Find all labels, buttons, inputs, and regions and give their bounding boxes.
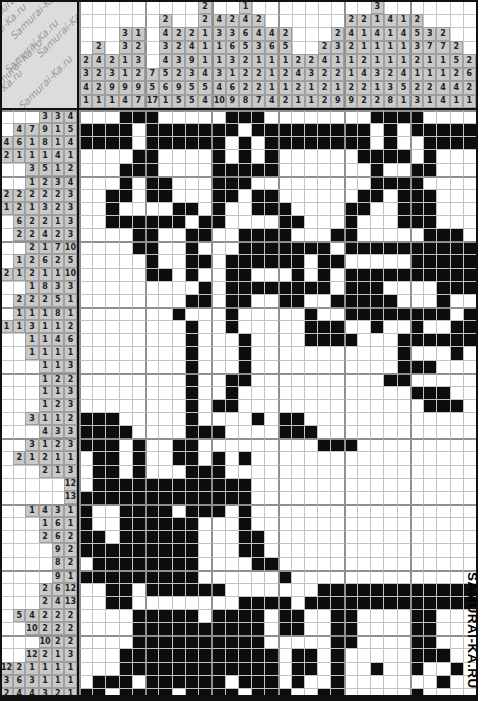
board-cell-filled[interactable] <box>158 268 171 281</box>
board-cell-empty[interactable] <box>211 530 224 543</box>
board-cell-empty[interactable] <box>291 373 304 386</box>
board-cell-empty[interactable] <box>145 399 158 412</box>
board-cell-empty[interactable] <box>370 360 383 373</box>
board-cell-empty[interactable] <box>251 504 264 517</box>
board-cell-empty[interactable] <box>225 425 238 438</box>
board-cell-empty[interactable] <box>291 517 304 530</box>
board-cell-empty[interactable] <box>264 360 277 373</box>
board-cell-empty[interactable] <box>370 648 383 661</box>
board-cell-filled[interactable] <box>251 412 264 425</box>
board-cell-filled[interactable] <box>410 268 423 281</box>
board-cell-empty[interactable] <box>264 110 277 123</box>
board-cell-empty[interactable] <box>145 386 158 399</box>
board-cell-empty[interactable] <box>463 557 476 570</box>
board-cell-filled[interactable] <box>225 268 238 281</box>
board-cell-empty[interactable] <box>119 307 132 320</box>
board-cell-empty[interactable] <box>304 504 317 517</box>
board-cell-empty[interactable] <box>132 123 145 136</box>
board-cell-empty[interactable] <box>344 465 357 478</box>
board-cell-empty[interactable] <box>119 294 132 307</box>
board-cell-empty[interactable] <box>357 622 370 635</box>
board-cell-filled[interactable] <box>463 281 476 294</box>
board-cell-filled[interactable] <box>436 399 449 412</box>
board-cell-filled[interactable] <box>145 123 158 136</box>
board-cell-filled[interactable] <box>383 596 396 609</box>
board-cell-empty[interactable] <box>330 425 343 438</box>
board-cell-empty[interactable] <box>225 215 238 228</box>
board-cell-filled[interactable] <box>291 675 304 688</box>
board-cell-empty[interactable] <box>383 399 396 412</box>
board-cell-empty[interactable] <box>357 176 370 189</box>
board-cell-empty[interactable] <box>172 110 185 123</box>
board-cell-empty[interactable] <box>132 333 145 346</box>
board-cell-filled[interactable] <box>238 517 251 530</box>
board-cell-filled[interactable] <box>238 451 251 464</box>
board-cell-empty[interactable] <box>198 451 211 464</box>
board-cell-empty[interactable] <box>450 294 463 307</box>
board-cell-empty[interactable] <box>92 189 105 202</box>
board-cell-filled[interactable] <box>397 360 410 373</box>
board-cell-empty[interactable] <box>344 675 357 688</box>
board-cell-filled[interactable] <box>330 438 343 451</box>
board-cell-empty[interactable] <box>158 294 171 307</box>
board-cell-empty[interactable] <box>79 202 92 215</box>
board-cell-filled[interactable] <box>251 622 264 635</box>
board-cell-filled[interactable] <box>185 635 198 648</box>
board-cell-empty[interactable] <box>92 149 105 162</box>
board-cell-empty[interactable] <box>278 530 291 543</box>
board-cell-filled[interactable] <box>238 346 251 359</box>
board-cell-filled[interactable] <box>225 254 238 267</box>
board-cell-empty[interactable] <box>344 425 357 438</box>
board-cell-empty[interactable] <box>357 333 370 346</box>
board-cell-empty[interactable] <box>463 517 476 530</box>
board-cell-filled[interactable] <box>145 543 158 556</box>
board-cell-empty[interactable] <box>383 570 396 583</box>
board-cell-filled[interactable] <box>225 622 238 635</box>
board-cell-filled[interactable] <box>158 504 171 517</box>
board-cell-filled[interactable] <box>238 163 251 176</box>
board-cell-empty[interactable] <box>238 189 251 202</box>
board-cell-empty[interactable] <box>198 557 211 570</box>
board-cell-empty[interactable] <box>436 438 449 451</box>
board-cell-filled[interactable] <box>423 163 436 176</box>
board-cell-filled[interactable] <box>238 149 251 162</box>
board-cell-filled[interactable] <box>450 662 463 675</box>
board-cell-empty[interactable] <box>410 478 423 491</box>
board-cell-empty[interactable] <box>450 570 463 583</box>
board-cell-empty[interactable] <box>145 360 158 373</box>
board-cell-filled[interactable] <box>172 557 185 570</box>
board-cell-filled[interactable] <box>357 189 370 202</box>
board-cell-empty[interactable] <box>383 478 396 491</box>
board-cell-empty[interactable] <box>278 662 291 675</box>
board-cell-empty[interactable] <box>423 543 436 556</box>
board-cell-empty[interactable] <box>198 412 211 425</box>
board-cell-empty[interactable] <box>463 438 476 451</box>
board-cell-empty[interactable] <box>330 176 343 189</box>
board-cell-filled[interactable] <box>145 241 158 254</box>
board-cell-filled[interactable] <box>172 609 185 622</box>
board-cell-empty[interactable] <box>304 570 317 583</box>
board-cell-filled[interactable] <box>397 307 410 320</box>
board-cell-empty[interactable] <box>158 596 171 609</box>
board-cell-empty[interactable] <box>370 215 383 228</box>
board-cell-empty[interactable] <box>344 373 357 386</box>
board-cell-empty[interactable] <box>172 241 185 254</box>
board-cell-empty[interactable] <box>450 517 463 530</box>
board-cell-empty[interactable] <box>330 478 343 491</box>
board-cell-filled[interactable] <box>370 176 383 189</box>
board-cell-empty[interactable] <box>238 557 251 570</box>
board-cell-empty[interactable] <box>198 176 211 189</box>
board-cell-empty[interactable] <box>410 373 423 386</box>
board-cell-filled[interactable] <box>211 176 224 189</box>
board-cell-filled[interactable] <box>238 622 251 635</box>
board-cell-filled[interactable] <box>119 517 132 530</box>
board-cell-filled[interactable] <box>158 136 171 149</box>
board-cell-empty[interactable] <box>291 360 304 373</box>
board-cell-empty[interactable] <box>145 294 158 307</box>
board-cell-empty[interactable] <box>278 451 291 464</box>
board-cell-filled[interactable] <box>291 123 304 136</box>
board-cell-empty[interactable] <box>383 425 396 438</box>
board-cell-empty[interactable] <box>119 346 132 359</box>
board-cell-empty[interactable] <box>158 451 171 464</box>
board-cell-filled[interactable] <box>423 307 436 320</box>
board-cell-filled[interactable] <box>397 189 410 202</box>
board-cell-empty[interactable] <box>198 360 211 373</box>
board-cell-empty[interactable] <box>105 268 118 281</box>
board-cell-filled[interactable] <box>172 451 185 464</box>
board-cell-empty[interactable] <box>158 228 171 241</box>
board-cell-empty[interactable] <box>344 254 357 267</box>
board-cell-empty[interactable] <box>423 373 436 386</box>
board-cell-filled[interactable] <box>383 583 396 596</box>
board-cell-empty[interactable] <box>251 517 264 530</box>
board-cell-empty[interactable] <box>158 281 171 294</box>
board-cell-empty[interactable] <box>370 635 383 648</box>
board-cell-filled[interactable] <box>238 281 251 294</box>
board-cell-empty[interactable] <box>370 425 383 438</box>
board-cell-filled[interactable] <box>370 189 383 202</box>
board-cell-empty[interactable] <box>119 635 132 648</box>
board-cell-filled[interactable] <box>132 635 145 648</box>
board-cell-empty[interactable] <box>198 333 211 346</box>
board-cell-empty[interactable] <box>278 635 291 648</box>
board-cell-empty[interactable] <box>225 333 238 346</box>
board-cell-empty[interactable] <box>251 570 264 583</box>
board-cell-empty[interactable] <box>238 438 251 451</box>
board-cell-empty[interactable] <box>172 163 185 176</box>
board-cell-filled[interactable] <box>278 570 291 583</box>
board-cell-empty[interactable] <box>463 425 476 438</box>
board-cell-empty[interactable] <box>330 504 343 517</box>
board-cell-empty[interactable] <box>264 320 277 333</box>
board-cell-empty[interactable] <box>330 557 343 570</box>
board-cell-filled[interactable] <box>105 123 118 136</box>
board-cell-filled[interactable] <box>172 662 185 675</box>
board-cell-filled[interactable] <box>251 281 264 294</box>
board-cell-empty[interactable] <box>198 386 211 399</box>
board-cell-empty[interactable] <box>357 438 370 451</box>
board-cell-filled[interactable] <box>344 438 357 451</box>
board-cell-filled[interactable] <box>251 635 264 648</box>
board-cell-filled[interactable] <box>185 320 198 333</box>
board-cell-empty[interactable] <box>105 333 118 346</box>
board-cell-empty[interactable] <box>291 438 304 451</box>
board-cell-empty[interactable] <box>79 451 92 464</box>
board-cell-filled[interactable] <box>264 202 277 215</box>
board-cell-empty[interactable] <box>172 360 185 373</box>
board-cell-filled[interactable] <box>264 254 277 267</box>
board-cell-filled[interactable] <box>211 609 224 622</box>
board-cell-empty[interactable] <box>304 491 317 504</box>
board-cell-empty[interactable] <box>278 149 291 162</box>
board-cell-empty[interactable] <box>370 254 383 267</box>
board-cell-filled[interactable] <box>145 163 158 176</box>
board-cell-filled[interactable] <box>330 622 343 635</box>
board-cell-empty[interactable] <box>370 399 383 412</box>
board-cell-empty[interactable] <box>410 517 423 530</box>
board-cell-empty[interactable] <box>185 215 198 228</box>
board-cell-empty[interactable] <box>264 412 277 425</box>
board-cell-filled[interactable] <box>225 176 238 189</box>
board-cell-filled[interactable] <box>330 320 343 333</box>
board-cell-filled[interactable] <box>304 307 317 320</box>
board-cell-empty[interactable] <box>436 491 449 504</box>
board-cell-empty[interactable] <box>225 202 238 215</box>
board-cell-empty[interactable] <box>211 346 224 359</box>
board-cell-filled[interactable] <box>410 596 423 609</box>
board-cell-empty[interactable] <box>357 386 370 399</box>
board-cell-filled[interactable] <box>436 241 449 254</box>
board-cell-empty[interactable] <box>172 465 185 478</box>
board-cell-filled[interactable] <box>185 399 198 412</box>
board-cell-empty[interactable] <box>304 228 317 241</box>
board-cell-empty[interactable] <box>211 596 224 609</box>
board-cell-filled[interactable] <box>251 648 264 661</box>
board-cell-filled[interactable] <box>463 268 476 281</box>
board-cell-empty[interactable] <box>344 504 357 517</box>
board-cell-filled[interactable] <box>370 241 383 254</box>
board-cell-filled[interactable] <box>423 360 436 373</box>
board-cell-empty[interactable] <box>436 557 449 570</box>
board-cell-empty[interactable] <box>225 557 238 570</box>
board-cell-empty[interactable] <box>225 543 238 556</box>
board-cell-empty[interactable] <box>383 438 396 451</box>
board-cell-filled[interactable] <box>158 622 171 635</box>
board-cell-empty[interactable] <box>225 465 238 478</box>
board-cell-empty[interactable] <box>370 622 383 635</box>
board-cell-filled[interactable] <box>238 609 251 622</box>
board-cell-empty[interactable] <box>304 622 317 635</box>
board-cell-empty[interactable] <box>304 360 317 373</box>
board-cell-filled[interactable] <box>145 478 158 491</box>
board-cell-empty[interactable] <box>291 451 304 464</box>
board-cell-empty[interactable] <box>397 543 410 556</box>
board-cell-filled[interactable] <box>344 136 357 149</box>
board-cell-empty[interactable] <box>264 583 277 596</box>
board-cell-empty[interactable] <box>304 294 317 307</box>
board-cell-empty[interactable] <box>330 399 343 412</box>
board-cell-filled[interactable] <box>330 136 343 149</box>
board-cell-filled[interactable] <box>158 517 171 530</box>
board-cell-empty[interactable] <box>397 136 410 149</box>
board-cell-empty[interactable] <box>185 596 198 609</box>
board-cell-filled[interactable] <box>450 254 463 267</box>
board-cell-empty[interactable] <box>370 504 383 517</box>
board-cell-filled[interactable] <box>410 635 423 648</box>
board-cell-filled[interactable] <box>370 163 383 176</box>
board-cell-empty[interactable] <box>304 254 317 267</box>
board-cell-empty[interactable] <box>330 281 343 294</box>
board-cell-empty[interactable] <box>450 412 463 425</box>
board-cell-filled[interactable] <box>397 268 410 281</box>
board-cell-filled[interactable] <box>330 333 343 346</box>
board-cell-empty[interactable] <box>145 307 158 320</box>
board-cell-empty[interactable] <box>172 399 185 412</box>
board-cell-empty[interactable] <box>158 333 171 346</box>
board-cell-filled[interactable] <box>225 662 238 675</box>
board-cell-empty[interactable] <box>370 346 383 359</box>
board-cell-filled[interactable] <box>185 478 198 491</box>
board-cell-filled[interactable] <box>79 530 92 543</box>
board-cell-filled[interactable] <box>330 635 343 648</box>
board-cell-filled[interactable] <box>105 412 118 425</box>
board-cell-empty[interactable] <box>397 163 410 176</box>
board-cell-empty[interactable] <box>119 438 132 451</box>
board-cell-empty[interactable] <box>397 399 410 412</box>
board-cell-filled[interactable] <box>397 346 410 359</box>
board-cell-empty[interactable] <box>317 189 330 202</box>
board-cell-filled[interactable] <box>211 399 224 412</box>
board-cell-filled[interactable] <box>450 241 463 254</box>
board-cell-empty[interactable] <box>317 228 330 241</box>
board-cell-filled[interactable] <box>463 241 476 254</box>
board-cell-filled[interactable] <box>92 557 105 570</box>
board-cell-empty[interactable] <box>278 675 291 688</box>
board-cell-empty[interactable] <box>238 307 251 320</box>
board-cell-empty[interactable] <box>264 307 277 320</box>
board-cell-empty[interactable] <box>92 662 105 675</box>
board-cell-filled[interactable] <box>238 635 251 648</box>
board-cell-filled[interactable] <box>357 241 370 254</box>
board-cell-filled[interactable] <box>463 320 476 333</box>
board-cell-empty[interactable] <box>92 583 105 596</box>
board-cell-empty[interactable] <box>119 202 132 215</box>
board-cell-filled[interactable] <box>370 320 383 333</box>
board-cell-filled[interactable] <box>278 622 291 635</box>
board-cell-empty[interactable] <box>278 399 291 412</box>
board-cell-empty[interactable] <box>357 570 370 583</box>
board-cell-empty[interactable] <box>278 373 291 386</box>
board-cell-empty[interactable] <box>423 530 436 543</box>
board-cell-empty[interactable] <box>423 465 436 478</box>
board-cell-empty[interactable] <box>92 241 105 254</box>
board-cell-empty[interactable] <box>357 412 370 425</box>
board-cell-empty[interactable] <box>145 412 158 425</box>
board-cell-filled[interactable] <box>330 123 343 136</box>
board-cell-filled[interactable] <box>383 373 396 386</box>
board-cell-empty[interactable] <box>397 530 410 543</box>
board-cell-filled[interactable] <box>211 635 224 648</box>
board-cell-empty[interactable] <box>105 307 118 320</box>
board-cell-empty[interactable] <box>291 189 304 202</box>
board-cell-empty[interactable] <box>278 176 291 189</box>
board-cell-filled[interactable] <box>370 110 383 123</box>
board-cell-empty[interactable] <box>344 176 357 189</box>
board-cell-filled[interactable] <box>119 215 132 228</box>
board-cell-filled[interactable] <box>251 609 264 622</box>
board-cell-filled[interactable] <box>198 123 211 136</box>
board-cell-filled[interactable] <box>132 530 145 543</box>
board-cell-empty[interactable] <box>330 543 343 556</box>
board-cell-empty[interactable] <box>317 176 330 189</box>
board-cell-empty[interactable] <box>132 176 145 189</box>
board-cell-empty[interactable] <box>383 346 396 359</box>
board-cell-empty[interactable] <box>225 438 238 451</box>
board-cell-empty[interactable] <box>397 662 410 675</box>
board-cell-filled[interactable] <box>145 136 158 149</box>
board-cell-empty[interactable] <box>264 622 277 635</box>
board-cell-empty[interactable] <box>185 281 198 294</box>
board-cell-empty[interactable] <box>105 399 118 412</box>
board-cell-empty[interactable] <box>238 412 251 425</box>
board-cell-filled[interactable] <box>397 110 410 123</box>
board-cell-empty[interactable] <box>198 543 211 556</box>
board-cell-empty[interactable] <box>304 163 317 176</box>
board-cell-filled[interactable] <box>410 648 423 661</box>
board-cell-empty[interactable] <box>79 176 92 189</box>
board-cell-filled[interactable] <box>264 123 277 136</box>
board-cell-empty[interactable] <box>291 307 304 320</box>
board-cell-filled[interactable] <box>211 504 224 517</box>
board-cell-empty[interactable] <box>436 176 449 189</box>
board-cell-empty[interactable] <box>450 648 463 661</box>
board-cell-filled[interactable] <box>198 254 211 267</box>
board-cell-empty[interactable] <box>436 149 449 162</box>
board-cell-filled[interactable] <box>211 491 224 504</box>
board-cell-empty[interactable] <box>105 254 118 267</box>
board-cell-filled[interactable] <box>119 189 132 202</box>
board-cell-empty[interactable] <box>172 596 185 609</box>
board-cell-empty[interactable] <box>291 346 304 359</box>
board-cell-filled[interactable] <box>225 373 238 386</box>
board-cell-filled[interactable] <box>79 543 92 556</box>
board-cell-filled[interactable] <box>185 451 198 464</box>
board-cell-empty[interactable] <box>198 268 211 281</box>
board-cell-empty[interactable] <box>172 333 185 346</box>
board-cell-filled[interactable] <box>211 478 224 491</box>
board-cell-empty[interactable] <box>132 294 145 307</box>
board-cell-empty[interactable] <box>251 438 264 451</box>
board-cell-empty[interactable] <box>291 465 304 478</box>
board-cell-empty[interactable] <box>397 570 410 583</box>
board-cell-empty[interactable] <box>92 228 105 241</box>
board-cell-empty[interactable] <box>105 149 118 162</box>
board-cell-empty[interactable] <box>198 241 211 254</box>
board-cell-empty[interactable] <box>158 438 171 451</box>
board-cell-filled[interactable] <box>158 543 171 556</box>
board-cell-empty[interactable] <box>436 202 449 215</box>
board-cell-filled[interactable] <box>397 583 410 596</box>
board-cell-empty[interactable] <box>264 399 277 412</box>
board-cell-empty[interactable] <box>79 189 92 202</box>
board-cell-empty[interactable] <box>105 320 118 333</box>
board-cell-empty[interactable] <box>370 543 383 556</box>
board-cell-filled[interactable] <box>185 412 198 425</box>
